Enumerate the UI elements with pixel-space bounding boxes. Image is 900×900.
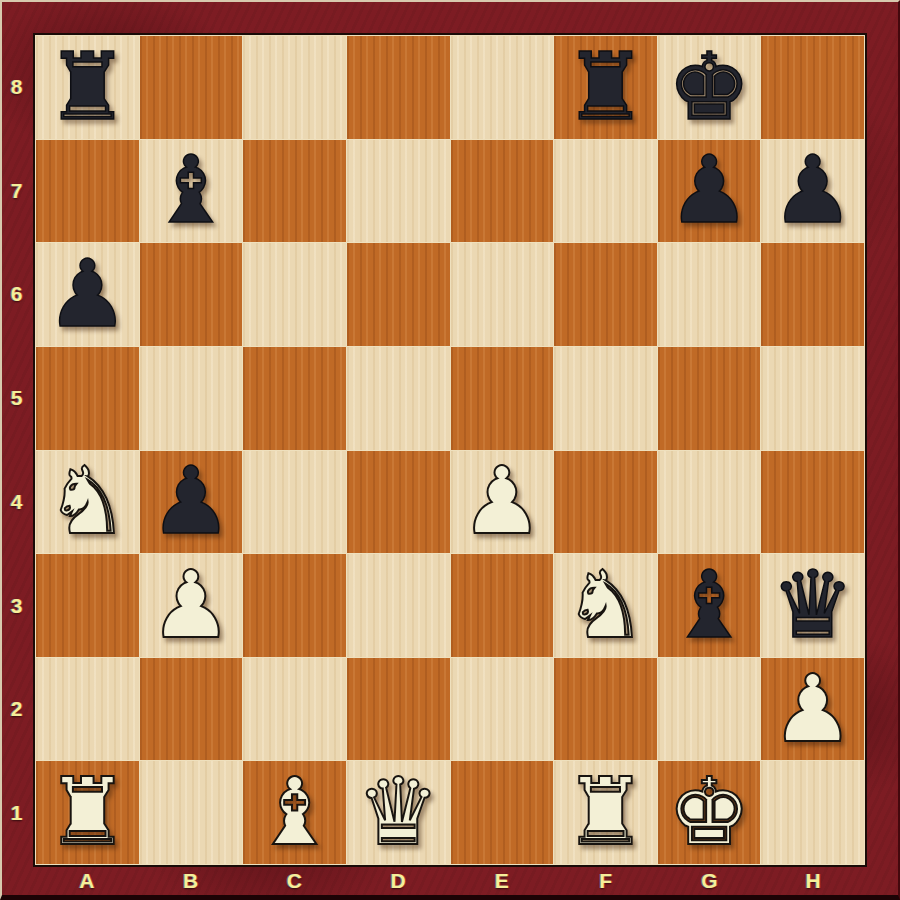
square-e2[interactable] — [451, 658, 554, 761]
file-label-f: F — [554, 867, 658, 894]
square-g8[interactable]: ♚ — [658, 36, 761, 139]
square-g1[interactable]: ♚ — [658, 761, 761, 864]
square-g2[interactable] — [658, 658, 761, 761]
square-e1[interactable] — [451, 761, 554, 864]
piece-black-bishop[interactable]: ♝ — [149, 144, 232, 237]
piece-white-knight[interactable]: ♞ — [564, 559, 647, 652]
square-a4[interactable]: ♞ — [36, 451, 139, 554]
square-h4[interactable] — [761, 451, 864, 554]
square-f7[interactable] — [554, 140, 657, 243]
square-f8[interactable]: ♜ — [554, 36, 657, 139]
square-a6[interactable]: ♟ — [36, 243, 139, 346]
square-e5[interactable] — [451, 347, 554, 450]
file-label-g: G — [658, 867, 762, 894]
square-e3[interactable] — [451, 554, 554, 657]
piece-black-rook[interactable]: ♜ — [564, 41, 647, 134]
square-h6[interactable] — [761, 243, 864, 346]
square-f6[interactable] — [554, 243, 657, 346]
file-label-b: B — [139, 867, 243, 894]
rank-label-1: 1 — [1, 761, 32, 865]
square-a3[interactable] — [36, 554, 139, 657]
square-b4[interactable]: ♟ — [140, 451, 243, 554]
square-h3[interactable]: ♛ — [761, 554, 864, 657]
piece-black-king[interactable]: ♚ — [667, 41, 750, 134]
square-g5[interactable] — [658, 347, 761, 450]
square-f5[interactable] — [554, 347, 657, 450]
square-c6[interactable] — [243, 243, 346, 346]
square-g7[interactable]: ♟ — [658, 140, 761, 243]
rank-label-4: 4 — [1, 450, 32, 554]
file-label-c: C — [243, 867, 347, 894]
square-f4[interactable] — [554, 451, 657, 554]
square-c3[interactable] — [243, 554, 346, 657]
rank-label-2: 2 — [1, 658, 32, 762]
square-d2[interactable] — [347, 658, 450, 761]
square-e8[interactable] — [451, 36, 554, 139]
square-d1[interactable]: ♛ — [347, 761, 450, 864]
file-label-e: E — [450, 867, 554, 894]
square-b5[interactable] — [140, 347, 243, 450]
square-d8[interactable] — [347, 36, 450, 139]
rank-label-5: 5 — [1, 346, 32, 450]
square-b7[interactable]: ♝ — [140, 140, 243, 243]
square-a8[interactable]: ♜ — [36, 36, 139, 139]
piece-black-queen[interactable]: ♛ — [771, 559, 854, 652]
piece-white-bishop[interactable]: ♝ — [253, 766, 336, 859]
square-a7[interactable] — [36, 140, 139, 243]
square-d5[interactable] — [347, 347, 450, 450]
square-c1[interactable]: ♝ — [243, 761, 346, 864]
piece-white-rook[interactable]: ♜ — [46, 766, 129, 859]
rank-label-7: 7 — [1, 139, 32, 243]
piece-black-bishop[interactable]: ♝ — [667, 559, 750, 652]
square-g4[interactable] — [658, 451, 761, 554]
piece-white-queen[interactable]: ♛ — [357, 766, 440, 859]
piece-white-pawn[interactable]: ♟ — [771, 663, 854, 756]
square-c5[interactable] — [243, 347, 346, 450]
chess-board: ♜♜♚♝♟♟♟♞♟♟♟♞♝♛♟♜♝♛♜♚ — [35, 35, 865, 865]
chess-board-border: ♜♜♚♝♟♟♟♞♟♟♟♞♝♛♟♜♝♛♜♚ — [33, 33, 867, 867]
square-d4[interactable] — [347, 451, 450, 554]
square-f2[interactable] — [554, 658, 657, 761]
piece-white-pawn[interactable]: ♟ — [460, 455, 543, 548]
square-b2[interactable] — [140, 658, 243, 761]
piece-black-rook[interactable]: ♜ — [46, 41, 129, 134]
file-label-a: A — [35, 867, 139, 894]
square-c2[interactable] — [243, 658, 346, 761]
square-b1[interactable] — [140, 761, 243, 864]
file-label-d: D — [346, 867, 450, 894]
square-h8[interactable] — [761, 36, 864, 139]
square-f3[interactable]: ♞ — [554, 554, 657, 657]
square-d6[interactable] — [347, 243, 450, 346]
square-e4[interactable]: ♟ — [451, 451, 554, 554]
square-e7[interactable] — [451, 140, 554, 243]
rank-label-6: 6 — [1, 243, 32, 347]
rank-label-3: 3 — [1, 554, 32, 658]
square-g6[interactable] — [658, 243, 761, 346]
square-h7[interactable]: ♟ — [761, 140, 864, 243]
square-a2[interactable] — [36, 658, 139, 761]
piece-white-rook[interactable]: ♜ — [564, 766, 647, 859]
square-e6[interactable] — [451, 243, 554, 346]
rank-label-8: 8 — [1, 35, 32, 139]
piece-white-king[interactable]: ♚ — [667, 766, 750, 859]
piece-black-pawn[interactable]: ♟ — [667, 144, 750, 237]
piece-black-pawn[interactable]: ♟ — [771, 144, 854, 237]
square-a5[interactable] — [36, 347, 139, 450]
square-f1[interactable]: ♜ — [554, 761, 657, 864]
square-g3[interactable]: ♝ — [658, 554, 761, 657]
square-d7[interactable] — [347, 140, 450, 243]
piece-white-knight[interactable]: ♞ — [46, 455, 129, 548]
square-b6[interactable] — [140, 243, 243, 346]
square-h2[interactable]: ♟ — [761, 658, 864, 761]
square-b8[interactable] — [140, 36, 243, 139]
file-label-h: H — [761, 867, 865, 894]
square-h5[interactable] — [761, 347, 864, 450]
square-b3[interactable]: ♟ — [140, 554, 243, 657]
piece-black-pawn[interactable]: ♟ — [149, 455, 232, 548]
square-c7[interactable] — [243, 140, 346, 243]
square-c8[interactable] — [243, 36, 346, 139]
piece-black-pawn[interactable]: ♟ — [46, 248, 129, 341]
square-c4[interactable] — [243, 451, 346, 554]
piece-white-pawn[interactable]: ♟ — [149, 559, 232, 652]
square-d3[interactable] — [347, 554, 450, 657]
square-a1[interactable]: ♜ — [36, 761, 139, 864]
square-h1[interactable] — [761, 761, 864, 864]
